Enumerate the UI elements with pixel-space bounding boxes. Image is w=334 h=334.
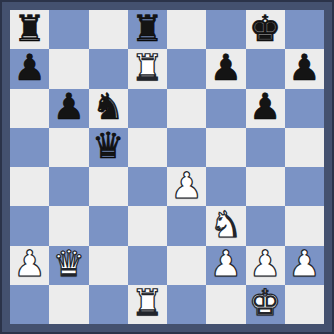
square-c7[interactable] xyxy=(89,49,128,88)
square-e7[interactable] xyxy=(167,49,206,88)
square-e8[interactable] xyxy=(167,10,206,49)
square-f2[interactable]: ♟ xyxy=(206,246,245,285)
square-g4[interactable] xyxy=(246,167,285,206)
square-c2[interactable] xyxy=(89,246,128,285)
square-g8[interactable]: ♚ xyxy=(246,10,285,49)
piece-black-pawn[interactable]: ♟ xyxy=(210,50,242,86)
square-f3[interactable]: ♞ xyxy=(206,206,245,245)
square-c6[interactable]: ♞ xyxy=(89,89,128,128)
square-e3[interactable] xyxy=(167,206,206,245)
piece-white-pawn[interactable]: ♟ xyxy=(13,246,45,282)
piece-white-pawn[interactable]: ♟ xyxy=(210,246,242,282)
square-b8[interactable] xyxy=(49,10,88,49)
square-h2[interactable]: ♟ xyxy=(285,246,324,285)
square-a7[interactable]: ♟ xyxy=(10,49,49,88)
piece-black-pawn[interactable]: ♟ xyxy=(249,89,281,125)
piece-white-rook[interactable]: ♜ xyxy=(131,50,163,86)
square-e2[interactable] xyxy=(167,246,206,285)
chess-board: ♜♜♚♟♜♟♟♟♞♟♛♟♞♟♛♟♟♟♜♚ xyxy=(10,10,324,324)
square-e6[interactable] xyxy=(167,89,206,128)
square-d5[interactable] xyxy=(128,128,167,167)
square-d2[interactable] xyxy=(128,246,167,285)
piece-white-king[interactable]: ♚ xyxy=(249,285,281,321)
square-h6[interactable] xyxy=(285,89,324,128)
square-a2[interactable]: ♟ xyxy=(10,246,49,285)
square-c5[interactable]: ♛ xyxy=(89,128,128,167)
square-a3[interactable] xyxy=(10,206,49,245)
piece-black-pawn[interactable]: ♟ xyxy=(13,50,45,86)
piece-white-queen[interactable]: ♛ xyxy=(53,246,85,282)
square-h7[interactable]: ♟ xyxy=(285,49,324,88)
piece-black-pawn[interactable]: ♟ xyxy=(53,89,85,125)
square-e1[interactable] xyxy=(167,285,206,324)
square-a5[interactable] xyxy=(10,128,49,167)
square-a4[interactable] xyxy=(10,167,49,206)
piece-black-queen[interactable]: ♛ xyxy=(92,128,124,164)
square-f8[interactable] xyxy=(206,10,245,49)
square-g2[interactable]: ♟ xyxy=(246,246,285,285)
piece-black-rook[interactable]: ♜ xyxy=(13,11,45,47)
square-h1[interactable] xyxy=(285,285,324,324)
piece-white-rook[interactable]: ♜ xyxy=(131,285,163,321)
piece-white-knight[interactable]: ♞ xyxy=(210,207,242,243)
square-g3[interactable] xyxy=(246,206,285,245)
square-b1[interactable] xyxy=(49,285,88,324)
square-d7[interactable]: ♜ xyxy=(128,49,167,88)
square-h3[interactable] xyxy=(285,206,324,245)
piece-black-pawn[interactable]: ♟ xyxy=(288,50,320,86)
square-c8[interactable] xyxy=(89,10,128,49)
square-c3[interactable] xyxy=(89,206,128,245)
square-g5[interactable] xyxy=(246,128,285,167)
square-f1[interactable] xyxy=(206,285,245,324)
square-h8[interactable] xyxy=(285,10,324,49)
square-b7[interactable] xyxy=(49,49,88,88)
piece-black-king[interactable]: ♚ xyxy=(249,11,281,47)
square-b2[interactable]: ♛ xyxy=(49,246,88,285)
piece-white-pawn[interactable]: ♟ xyxy=(170,168,202,204)
square-d6[interactable] xyxy=(128,89,167,128)
square-d4[interactable] xyxy=(128,167,167,206)
chess-board-frame: ♜♜♚♟♜♟♟♟♞♟♛♟♞♟♛♟♟♟♜♚ xyxy=(0,0,334,334)
square-f7[interactable]: ♟ xyxy=(206,49,245,88)
square-e4[interactable]: ♟ xyxy=(167,167,206,206)
square-b6[interactable]: ♟ xyxy=(49,89,88,128)
square-g7[interactable] xyxy=(246,49,285,88)
square-d3[interactable] xyxy=(128,206,167,245)
square-b5[interactable] xyxy=(49,128,88,167)
piece-black-knight[interactable]: ♞ xyxy=(92,89,124,125)
square-d8[interactable]: ♜ xyxy=(128,10,167,49)
square-b3[interactable] xyxy=(49,206,88,245)
square-f4[interactable] xyxy=(206,167,245,206)
piece-white-pawn[interactable]: ♟ xyxy=(288,246,320,282)
square-c4[interactable] xyxy=(89,167,128,206)
square-e5[interactable] xyxy=(167,128,206,167)
square-g6[interactable]: ♟ xyxy=(246,89,285,128)
square-f5[interactable] xyxy=(206,128,245,167)
piece-white-pawn[interactable]: ♟ xyxy=(249,246,281,282)
piece-black-rook[interactable]: ♜ xyxy=(131,11,163,47)
square-a6[interactable] xyxy=(10,89,49,128)
square-h4[interactable] xyxy=(285,167,324,206)
square-b4[interactable] xyxy=(49,167,88,206)
square-d1[interactable]: ♜ xyxy=(128,285,167,324)
square-a8[interactable]: ♜ xyxy=(10,10,49,49)
square-c1[interactable] xyxy=(89,285,128,324)
square-f6[interactable] xyxy=(206,89,245,128)
square-h5[interactable] xyxy=(285,128,324,167)
square-a1[interactable] xyxy=(10,285,49,324)
square-g1[interactable]: ♚ xyxy=(246,285,285,324)
